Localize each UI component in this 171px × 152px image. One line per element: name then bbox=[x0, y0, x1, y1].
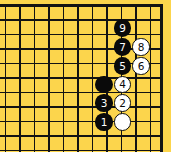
stone-move-number: 1 bbox=[101, 116, 108, 127]
stone-move-number: 4 bbox=[119, 79, 126, 90]
grid-line-horizontal bbox=[0, 92, 163, 94]
stone-move-number: 3 bbox=[101, 97, 108, 108]
stone-move-number: 8 bbox=[138, 41, 145, 52]
stone-white-2[interactable]: 2 bbox=[114, 94, 131, 111]
stone-black-1[interactable]: 1 bbox=[95, 113, 112, 130]
stone-move-number: 5 bbox=[119, 60, 126, 71]
stone-black-7[interactable]: 7 bbox=[114, 38, 131, 55]
grid-line-horizontal bbox=[0, 77, 163, 79]
stone-white-plain[interactable] bbox=[114, 113, 131, 130]
go-board[interactable]: 978564321 bbox=[0, 0, 171, 152]
stone-move-number: 2 bbox=[119, 97, 126, 108]
stone-move-number: 9 bbox=[119, 22, 126, 33]
stone-black-5[interactable]: 5 bbox=[114, 57, 131, 74]
stone-white-4[interactable]: 4 bbox=[114, 76, 131, 93]
grid-line-horizontal bbox=[0, 19, 163, 21]
grid-line-horizontal bbox=[0, 150, 163, 152]
grid-line-horizontal bbox=[0, 106, 163, 108]
stone-white-8[interactable]: 8 bbox=[132, 38, 149, 55]
stone-move-number: 7 bbox=[119, 41, 126, 52]
stone-move-number: 6 bbox=[138, 60, 145, 71]
stone-white-6[interactable]: 6 bbox=[132, 57, 149, 74]
grid-line-horizontal bbox=[0, 34, 163, 36]
stone-black-9[interactable]: 9 bbox=[114, 19, 131, 36]
board-edge-top bbox=[0, 4, 163, 6]
grid-line-horizontal bbox=[0, 135, 163, 137]
stone-black-3[interactable]: 3 bbox=[95, 94, 112, 111]
grid-line-horizontal bbox=[0, 121, 163, 123]
stone-black-plain[interactable] bbox=[95, 76, 112, 93]
